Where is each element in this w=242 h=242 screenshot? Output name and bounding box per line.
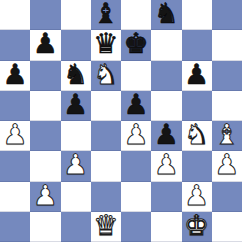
square-a4[interactable]: ♟	[0, 121, 30, 151]
white-bishop[interactable]: ♝	[214, 121, 239, 149]
black-knight[interactable]: ♞	[63, 61, 88, 89]
square-a1[interactable]	[0, 212, 30, 242]
square-d5[interactable]	[91, 91, 121, 121]
square-h3[interactable]: ♟	[212, 151, 242, 181]
square-b3[interactable]	[30, 151, 60, 181]
square-e2[interactable]	[121, 182, 151, 212]
square-g7[interactable]	[182, 30, 212, 60]
square-d3[interactable]	[91, 151, 121, 181]
square-h4[interactable]: ♝	[212, 121, 242, 151]
square-c4[interactable]	[61, 121, 91, 151]
white-queen[interactable]: ♛	[93, 212, 118, 240]
square-d2[interactable]	[91, 182, 121, 212]
black-pawn[interactable]: ♟	[63, 91, 88, 119]
square-b5[interactable]	[30, 91, 60, 121]
white-pawn[interactable]: ♟	[184, 182, 209, 210]
square-c7[interactable]	[61, 30, 91, 60]
black-pawn[interactable]: ♟	[184, 61, 209, 89]
white-king[interactable]: ♚	[184, 212, 209, 240]
square-d4[interactable]	[91, 121, 121, 151]
white-pawn[interactable]: ♟	[154, 151, 179, 179]
square-h5[interactable]	[212, 91, 242, 121]
square-a6[interactable]: ♟	[0, 61, 30, 91]
square-f2[interactable]	[151, 182, 181, 212]
white-knight[interactable]: ♞	[184, 121, 209, 149]
square-g6[interactable]: ♟	[182, 61, 212, 91]
square-e3[interactable]	[121, 151, 151, 181]
white-pawn[interactable]: ♟	[33, 182, 58, 210]
chess-board: ♝♞♟♛♚♟♞♞♟♟♟♟♟♟♞♝♟♟♟♟♟♛♚	[0, 0, 242, 242]
square-g8[interactable]	[182, 0, 212, 30]
black-pawn[interactable]: ♟	[154, 121, 179, 149]
black-pawn[interactable]: ♟	[33, 30, 58, 58]
square-c2[interactable]	[61, 182, 91, 212]
square-d1[interactable]: ♛	[91, 212, 121, 242]
white-pawn[interactable]: ♟	[3, 121, 28, 149]
square-c3[interactable]: ♟	[61, 151, 91, 181]
square-g5[interactable]	[182, 91, 212, 121]
square-b1[interactable]	[30, 212, 60, 242]
square-h6[interactable]	[212, 61, 242, 91]
square-h1[interactable]	[212, 212, 242, 242]
black-bishop[interactable]: ♝	[93, 0, 118, 28]
square-b8[interactable]	[30, 0, 60, 30]
square-h7[interactable]	[212, 30, 242, 60]
square-g1[interactable]: ♚	[182, 212, 212, 242]
square-f8[interactable]: ♞	[151, 0, 181, 30]
square-a7[interactable]	[0, 30, 30, 60]
white-pawn[interactable]: ♟	[124, 121, 149, 149]
square-c1[interactable]	[61, 212, 91, 242]
square-b7[interactable]: ♟	[30, 30, 60, 60]
square-a3[interactable]	[0, 151, 30, 181]
square-c8[interactable]	[61, 0, 91, 30]
black-pawn[interactable]: ♟	[124, 91, 149, 119]
square-g4[interactable]: ♞	[182, 121, 212, 151]
white-pawn[interactable]: ♟	[214, 151, 239, 179]
square-f4[interactable]: ♟	[151, 121, 181, 151]
square-e8[interactable]	[121, 0, 151, 30]
square-g2[interactable]: ♟	[182, 182, 212, 212]
black-knight[interactable]: ♞	[154, 0, 179, 28]
square-e5[interactable]: ♟	[121, 91, 151, 121]
square-a2[interactable]	[0, 182, 30, 212]
square-f6[interactable]	[151, 61, 181, 91]
square-b4[interactable]	[30, 121, 60, 151]
square-a8[interactable]	[0, 0, 30, 30]
square-b6[interactable]	[30, 61, 60, 91]
black-queen[interactable]: ♛	[93, 30, 118, 58]
square-e4[interactable]: ♟	[121, 121, 151, 151]
square-b2[interactable]: ♟	[30, 182, 60, 212]
square-h8[interactable]	[212, 0, 242, 30]
square-f7[interactable]	[151, 30, 181, 60]
square-c5[interactable]: ♟	[61, 91, 91, 121]
square-h2[interactable]	[212, 182, 242, 212]
black-king[interactable]: ♚	[124, 30, 149, 58]
square-d6[interactable]: ♞	[91, 61, 121, 91]
black-pawn[interactable]: ♟	[3, 61, 28, 89]
square-d7[interactable]: ♛	[91, 30, 121, 60]
square-e6[interactable]	[121, 61, 151, 91]
square-f3[interactable]: ♟	[151, 151, 181, 181]
square-e7[interactable]: ♚	[121, 30, 151, 60]
square-g3[interactable]	[182, 151, 212, 181]
square-a5[interactable]	[0, 91, 30, 121]
square-c6[interactable]: ♞	[61, 61, 91, 91]
white-pawn[interactable]: ♟	[63, 151, 88, 179]
square-f1[interactable]	[151, 212, 181, 242]
square-d8[interactable]: ♝	[91, 0, 121, 30]
white-knight[interactable]: ♞	[93, 61, 118, 89]
square-e1[interactable]	[121, 212, 151, 242]
square-f5[interactable]	[151, 91, 181, 121]
